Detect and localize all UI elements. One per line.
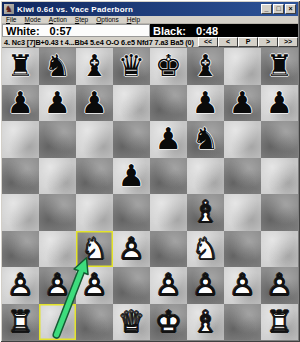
square-h7[interactable]: ♟	[261, 85, 298, 122]
close-button[interactable]: ×	[285, 4, 296, 14]
piece-outline: ♘	[187, 231, 224, 268]
nav-buttons: << < P > >>	[198, 37, 298, 47]
square-e6[interactable]: ♟	[150, 121, 187, 158]
square-d7[interactable]	[113, 85, 150, 122]
nav-last-button[interactable]: >>	[278, 37, 298, 47]
piece-outline: ♙	[2, 267, 39, 304]
square-h4[interactable]	[261, 194, 298, 231]
square-g6[interactable]	[224, 121, 261, 158]
black-q-piece: ♛	[113, 48, 150, 85]
square-g8[interactable]	[224, 48, 261, 85]
menu-file[interactable]: File	[2, 16, 21, 24]
square-f3[interactable]: ♞♘	[187, 231, 224, 268]
square-b4[interactable]	[39, 194, 76, 231]
minimize-button[interactable]: _	[261, 4, 272, 14]
black-clock-label: Black:	[153, 25, 186, 37]
piece-outline: ♖	[261, 304, 298, 341]
square-h1[interactable]: ♜♖	[261, 304, 298, 341]
square-g2[interactable]: ♟♙	[224, 267, 261, 304]
black-p-piece: ♟	[39, 85, 76, 122]
white-n-piece: ♞♘	[187, 231, 224, 268]
menu-help[interactable]: Help	[123, 16, 144, 24]
black-p-piece: ♟	[2, 85, 39, 122]
piece-outline: ♔	[150, 304, 187, 341]
black-b-piece: ♝	[76, 48, 113, 85]
white-r-piece: ♜♖	[2, 304, 39, 341]
piece-outline: ♙	[150, 267, 187, 304]
square-b2[interactable]: ♟♙	[39, 267, 76, 304]
white-clock-label: White:	[6, 25, 40, 37]
white-p-piece: ♟♙	[113, 231, 150, 268]
square-a4[interactable]	[2, 194, 39, 231]
title-bar: ♞ Kiwi 0.6d vs. Yace Paderborn _ □ ×	[2, 2, 298, 16]
piece-outline: ♙	[76, 267, 113, 304]
piece-outline: ♙	[39, 267, 76, 304]
nav-play-button[interactable]: P	[238, 37, 258, 47]
square-e3[interactable]	[150, 231, 187, 268]
square-e2[interactable]: ♟♙	[150, 267, 187, 304]
square-f2[interactable]: ♟♙	[187, 267, 224, 304]
black-n-piece: ♞	[39, 48, 76, 85]
square-c3[interactable]: ♞♘	[76, 231, 113, 268]
square-a3[interactable]	[2, 231, 39, 268]
piece-outline: ♗	[187, 194, 224, 231]
piece-outline: ♗	[187, 304, 224, 341]
black-r-piece: ♜	[261, 48, 298, 85]
black-p-piece: ♟	[113, 158, 150, 195]
maximize-button[interactable]: □	[273, 4, 284, 14]
piece-outline: ♙	[261, 267, 298, 304]
black-p-piece: ♟	[150, 121, 187, 158]
white-clock: White: 0:57	[2, 24, 150, 37]
window-title: Kiwi 0.6d vs. Yace Paderborn	[17, 5, 261, 14]
piece-outline: ♘	[76, 231, 113, 268]
status-row: 4. Nc3 [7]B+0.43 t 4...Bb4 5.e4 O-O 6.e5…	[2, 37, 298, 48]
black-p-piece: ♟	[187, 85, 224, 122]
square-c8[interactable]: ♝	[76, 48, 113, 85]
chess-board: ♜♞♝♛♚♝♜♟♟♟♟♟♟♟♞♟♝♗♞♘♟♙♞♘♟♙♟♙♟♙♟♙♟♙♟♙♟♙♜♖…	[2, 48, 298, 340]
piece-outline: ♙	[187, 267, 224, 304]
square-b3[interactable]	[39, 231, 76, 268]
menu-step[interactable]: Step	[71, 16, 92, 24]
piece-outline: ♙	[224, 267, 261, 304]
square-h5[interactable]	[261, 158, 298, 195]
white-clock-time: 0:57	[50, 25, 72, 37]
square-d5[interactable]: ♟	[113, 158, 150, 195]
white-k-piece: ♚♔	[150, 304, 187, 341]
piece-outline: ♖	[2, 304, 39, 341]
black-clock: Black: 0:48	[150, 24, 298, 37]
square-h2[interactable]: ♟♙	[261, 267, 298, 304]
clock-row: White: 0:57 Black: 0:48	[2, 24, 298, 37]
white-p-piece: ♟♙	[2, 267, 39, 304]
white-p-piece: ♟♙	[261, 267, 298, 304]
white-n-piece: ♞♘	[76, 231, 113, 268]
square-c2[interactable]: ♟♙	[76, 267, 113, 304]
nav-next-button[interactable]: >	[258, 37, 278, 47]
white-p-piece: ♟♙	[39, 267, 76, 304]
square-g4[interactable]	[224, 194, 261, 231]
square-c6[interactable]	[76, 121, 113, 158]
square-f1[interactable]: ♝♗	[187, 304, 224, 341]
black-n-piece: ♞	[187, 121, 224, 158]
black-p-piece: ♟	[224, 85, 261, 122]
black-p-piece: ♟	[261, 85, 298, 122]
black-p-piece: ♟	[76, 85, 113, 122]
square-a1[interactable]: ♜♖	[2, 304, 39, 341]
square-g3[interactable]	[224, 231, 261, 268]
nav-prev-button[interactable]: <	[218, 37, 238, 47]
square-b6[interactable]	[39, 121, 76, 158]
square-f8[interactable]: ♝	[187, 48, 224, 85]
black-b-piece: ♝	[187, 48, 224, 85]
square-g1[interactable]	[224, 304, 261, 341]
square-b5[interactable]	[39, 158, 76, 195]
square-a6[interactable]	[2, 121, 39, 158]
analysis-line: 4. Nc3 [7]B+0.43 t 4...Bb4 5.e4 O-O 6.e5…	[2, 38, 198, 47]
white-p-piece: ♟♙	[76, 267, 113, 304]
square-b8[interactable]: ♞	[39, 48, 76, 85]
square-e7[interactable]	[150, 85, 187, 122]
square-a5[interactable]	[2, 158, 39, 195]
black-r-piece: ♜	[2, 48, 39, 85]
square-d8[interactable]: ♛	[113, 48, 150, 85]
white-p-piece: ♟♙	[150, 267, 187, 304]
white-p-piece: ♟♙	[224, 267, 261, 304]
square-c4[interactable]	[76, 194, 113, 231]
square-c1[interactable]	[76, 304, 113, 341]
nav-first-button[interactable]: <<	[198, 37, 218, 47]
white-r-piece: ♜♖	[261, 304, 298, 341]
app-icon: ♞	[4, 4, 14, 14]
square-f5[interactable]	[187, 158, 224, 195]
square-e4[interactable]	[150, 194, 187, 231]
square-d3[interactable]: ♟♙	[113, 231, 150, 268]
white-b-piece: ♝♗	[187, 304, 224, 341]
square-f6[interactable]: ♞	[187, 121, 224, 158]
square-a7[interactable]: ♟	[2, 85, 39, 122]
square-d4[interactable]	[113, 194, 150, 231]
menu-mode[interactable]: Mode	[21, 16, 45, 24]
menu-options[interactable]: Options	[92, 16, 122, 24]
square-a2[interactable]: ♟♙	[2, 267, 39, 304]
white-q-piece: ♛♕	[113, 304, 150, 341]
square-a8[interactable]: ♜	[2, 48, 39, 85]
piece-outline: ♙	[113, 231, 150, 268]
square-b7[interactable]: ♟	[39, 85, 76, 122]
white-b-piece: ♝♗	[187, 194, 224, 231]
menu-action[interactable]: Action	[45, 16, 71, 24]
square-f4[interactable]: ♝♗	[187, 194, 224, 231]
square-d2[interactable]	[113, 267, 150, 304]
square-h3[interactable]	[261, 231, 298, 268]
square-c7[interactable]: ♟	[76, 85, 113, 122]
menu-bar: File Mode Action Step Options Help	[2, 16, 298, 24]
square-h6[interactable]	[261, 121, 298, 158]
square-g7[interactable]: ♟	[224, 85, 261, 122]
piece-outline: ♕	[113, 304, 150, 341]
square-h8[interactable]: ♜	[261, 48, 298, 85]
square-e8[interactable]: ♚	[150, 48, 187, 85]
black-clock-time: 0:48	[196, 25, 218, 37]
square-d1[interactable]: ♛♕	[113, 304, 150, 341]
black-k-piece: ♚	[150, 48, 187, 85]
app-window: ♞ Kiwi 0.6d vs. Yace Paderborn _ □ × Fil…	[0, 0, 300, 342]
square-b1[interactable]	[39, 304, 76, 341]
white-p-piece: ♟♙	[187, 267, 224, 304]
square-e1[interactable]: ♚♔	[150, 304, 187, 341]
square-d6[interactable]	[113, 121, 150, 158]
square-f7[interactable]: ♟	[187, 85, 224, 122]
square-g5[interactable]	[224, 158, 261, 195]
square-e5[interactable]	[150, 158, 187, 195]
square-c5[interactable]	[76, 158, 113, 195]
